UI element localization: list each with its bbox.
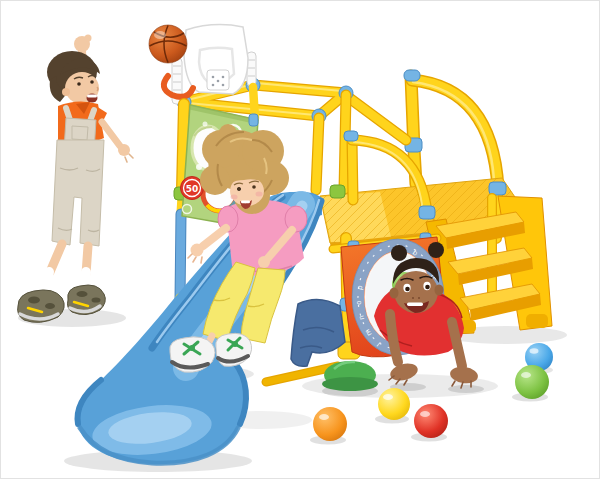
basketball-backboard [184, 25, 248, 94]
green-connector-platform [330, 185, 345, 198]
toddler-jeans [291, 299, 345, 366]
boy-head [47, 51, 100, 104]
ball-yellow [378, 388, 410, 420]
boy-throwing [18, 35, 133, 323]
boy-forward-arm [102, 122, 120, 146]
ball-red [414, 404, 448, 438]
scene-svg: 50 [0, 0, 600, 479]
product-photo: 50 [0, 0, 600, 479]
score-badge-text: 50 [186, 184, 199, 194]
panel-clip [249, 114, 258, 126]
rear-arch-rail [411, 76, 498, 188]
ball-orange [313, 407, 347, 441]
arch-foot-connector [419, 206, 435, 219]
ball-green [515, 365, 549, 399]
ladder-foot [526, 314, 548, 328]
boy-sock [45, 272, 49, 290]
arch-cap-connector [344, 131, 358, 141]
basketball [149, 25, 187, 63]
